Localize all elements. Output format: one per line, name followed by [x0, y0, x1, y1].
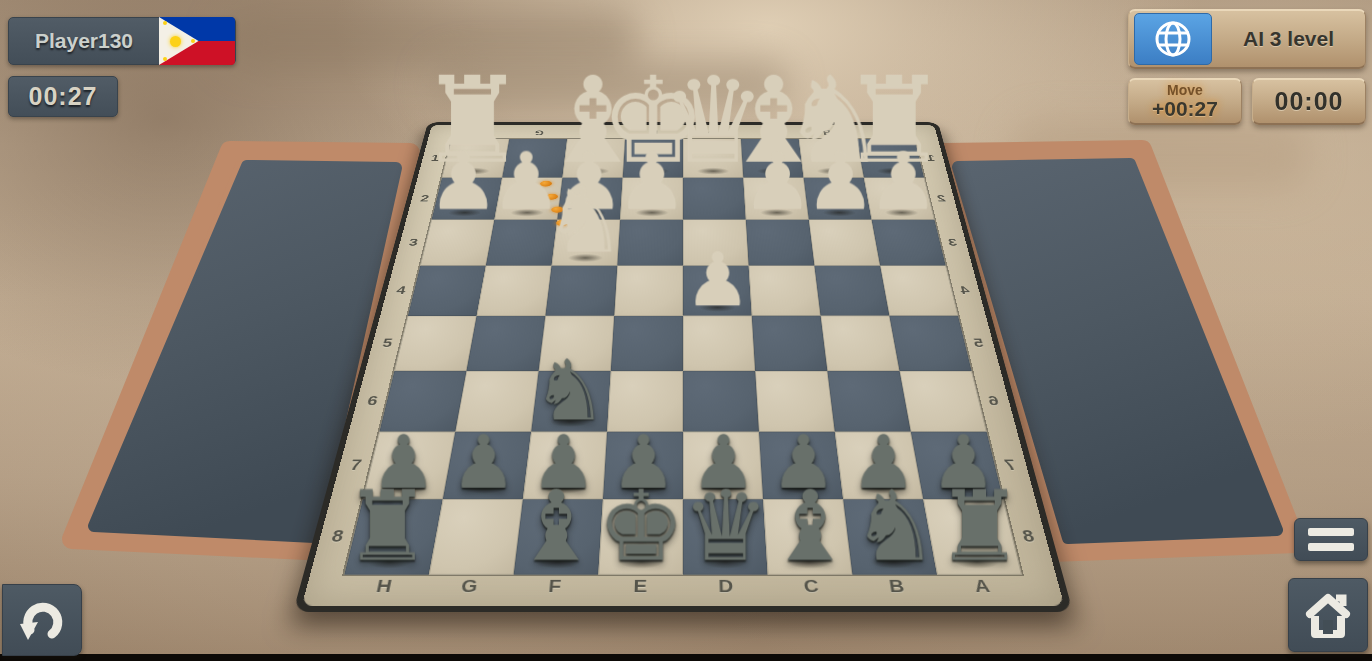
square-a4[interactable]: [880, 266, 958, 316]
black-bishop-c8[interactable]: ♝: [766, 481, 853, 573]
player-badge: Player130: [8, 17, 236, 65]
black-king-e8[interactable]: ♚: [597, 481, 684, 573]
coord-label: G: [510, 126, 569, 136]
board-scene: HGFEDCBA HGFEDCBA 12345678 12345678 ♜♝♚♛…: [293, 100, 1073, 612]
black-clock-value: 00:27: [29, 82, 98, 111]
square-f8[interactable]: ♝: [514, 499, 603, 574]
square-f4[interactable]: [545, 266, 617, 316]
black-queen-d8[interactable]: ♛: [682, 481, 769, 573]
square-c8[interactable]: ♝: [763, 499, 852, 574]
globe-button[interactable]: [1134, 13, 1212, 65]
square-c2[interactable]: ♟: [743, 178, 808, 220]
black-player-clock: 00:27: [8, 76, 118, 117]
coord-label: A: [854, 126, 914, 136]
square-b8[interactable]: ♞: [843, 499, 937, 574]
coord-label: A: [937, 576, 1028, 603]
menu-bar-icon: [1308, 528, 1354, 536]
square-a2[interactable]: ♟: [864, 178, 935, 220]
white-knight-f3[interactable]: ♞: [543, 177, 626, 264]
flag-star: [163, 57, 167, 61]
white-player-clock: 00:00: [1252, 78, 1366, 125]
black-knight-f6[interactable]: ♞: [532, 351, 607, 430]
square-c4[interactable]: [749, 266, 821, 316]
undo-arrow-icon: [16, 596, 68, 644]
black-rook-h8[interactable]: ♜: [343, 481, 430, 573]
coord-label: E: [597, 576, 683, 603]
square-a5[interactable]: [889, 316, 971, 371]
coord-label: C: [768, 576, 856, 603]
white-pawn-h2[interactable]: ♟: [428, 143, 499, 218]
file-labels-top: HGFEDCBA: [452, 126, 914, 136]
menu-bar-icon: [1308, 543, 1354, 551]
undo-button[interactable]: [2, 584, 82, 656]
square-e5[interactable]: [611, 316, 683, 371]
black-bishop-f8[interactable]: ♝: [513, 481, 600, 573]
player-name: Player130: [9, 29, 159, 53]
coord-label: B: [797, 126, 856, 136]
square-h5[interactable]: [394, 316, 476, 371]
coord-label: D: [683, 576, 769, 603]
coord-label: E: [625, 126, 683, 136]
square-d4[interactable]: ♟: [683, 266, 752, 316]
white-clock-value: 00:00: [1275, 87, 1344, 116]
coord-label: G: [424, 576, 514, 603]
chess-board-grid[interactable]: ♜♝♚♛♝♞♜♟♟♟♟♟♟♟♞♟♞♟♟♟♟♟♟♟♟♜♝♚♛♝♞♜: [344, 139, 1022, 575]
square-d2[interactable]: [683, 178, 746, 220]
square-b2[interactable]: ♟: [804, 178, 872, 220]
square-e2[interactable]: ♟: [620, 178, 683, 220]
black-pawn-g7[interactable]: ♟: [450, 428, 516, 498]
ai-level-panel[interactable]: AI 3 level: [1128, 9, 1366, 69]
square-e3[interactable]: [617, 220, 683, 266]
square-h8[interactable]: ♜: [344, 499, 443, 574]
move-bonus-panel: Move +00:27: [1128, 78, 1242, 125]
file-labels-bottom: HGFEDCBA: [337, 576, 1028, 603]
square-h4[interactable]: [408, 266, 486, 316]
white-pawn-d4[interactable]: ♟: [684, 244, 751, 315]
flag-star: [191, 39, 195, 43]
board-plane: HGFEDCBA HGFEDCBA 12345678 12345678 ♜♝♚♛…: [293, 122, 1073, 612]
coord-label: F: [510, 576, 598, 603]
square-d8[interactable]: ♛: [683, 499, 768, 574]
black-knight-b8[interactable]: ♞: [851, 481, 938, 573]
coord-label: C: [740, 126, 798, 136]
coord-label: B: [853, 576, 943, 603]
game-screen: HGFEDCBA HGFEDCBA 12345678 12345678 ♜♝♚♛…: [0, 0, 1372, 661]
square-e4[interactable]: [614, 266, 683, 316]
coord-label: H: [452, 126, 512, 136]
home-button[interactable]: [1288, 578, 1368, 652]
menu-button[interactable]: [1294, 518, 1368, 561]
philippines-flag-icon: [159, 17, 235, 65]
coord-label: H: [337, 576, 428, 603]
white-pawn-c2[interactable]: ♟: [742, 143, 813, 218]
square-b5[interactable]: [821, 316, 900, 371]
square-g4[interactable]: [477, 266, 552, 316]
flag-sun: [170, 36, 181, 47]
white-pawn-b2[interactable]: ♟: [804, 143, 875, 218]
globe-icon: [1152, 18, 1194, 60]
flag-star: [163, 21, 167, 25]
square-g8[interactable]: [429, 499, 523, 574]
white-pawn-e2[interactable]: ♟: [616, 143, 687, 218]
square-b3[interactable]: [809, 220, 880, 266]
coord-label: D: [683, 126, 741, 136]
square-e8[interactable]: ♚: [598, 499, 683, 574]
home-icon: [1303, 590, 1353, 640]
square-f3[interactable]: ♞: [552, 220, 621, 266]
move-bonus-value: +00:27: [1152, 97, 1218, 120]
coord-label: F: [567, 126, 625, 136]
square-c5[interactable]: [752, 316, 828, 371]
square-d5[interactable]: [683, 316, 755, 371]
ai-level-label: AI 3 level: [1212, 27, 1365, 51]
square-a3[interactable]: [872, 220, 946, 266]
move-title: Move: [1167, 83, 1203, 97]
board-frame: HGFEDCBA HGFEDCBA 12345678 12345678 ♜♝♚♛…: [302, 125, 1065, 606]
square-b4[interactable]: [814, 266, 889, 316]
square-c3[interactable]: [746, 220, 815, 266]
square-h3[interactable]: [420, 220, 494, 266]
